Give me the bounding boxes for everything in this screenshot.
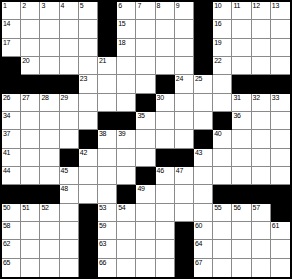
white-cell-r6c1[interactable]: 26 — [2, 94, 21, 112]
clue-number-51: 51 — [22, 204, 29, 212]
white-cell-r9c5[interactable]: 42 — [79, 149, 98, 167]
white-cell-r4c13[interactable] — [232, 57, 251, 75]
white-cell-r11c5[interactable] — [79, 185, 98, 203]
clue-number-52: 52 — [41, 204, 48, 212]
clue-number-40: 40 — [214, 130, 221, 138]
black-cell-r5c3 — [40, 75, 59, 93]
black-cell-r11c15 — [271, 185, 290, 203]
clue-number-35: 35 — [137, 112, 144, 120]
clue-number-28: 28 — [41, 94, 48, 102]
black-cell-r1c11 — [194, 2, 213, 20]
white-cell-r6c11[interactable] — [194, 94, 213, 112]
clue-number-23: 23 — [80, 75, 87, 83]
white-cell-r15c3[interactable] — [40, 259, 59, 277]
white-cell-r6c15[interactable]: 33 — [271, 94, 290, 112]
clue-number-24: 24 — [176, 75, 183, 83]
white-cell-r2c2[interactable] — [21, 20, 40, 38]
black-cell-r4c11 — [194, 57, 213, 75]
white-cell-r2c12[interactable]: 16 — [213, 20, 232, 38]
white-cell-r15c9[interactable] — [156, 259, 175, 277]
clue-number-13: 13 — [272, 2, 279, 10]
white-cell-r2c3[interactable] — [40, 20, 59, 38]
clue-number-25: 25 — [195, 75, 202, 83]
white-cell-r6c7[interactable] — [117, 94, 136, 112]
white-cell-r15c11[interactable]: 67 — [194, 259, 213, 277]
clue-number-4: 4 — [61, 2, 65, 10]
white-cell-r5c7[interactable] — [117, 75, 136, 93]
white-cell-r14c9[interactable] — [156, 240, 175, 258]
white-cell-r4c4[interactable] — [60, 57, 79, 75]
white-cell-r14c2[interactable] — [21, 240, 40, 258]
white-cell-r1c5[interactable]: 5 — [79, 2, 98, 20]
white-cell-r2c9[interactable] — [156, 20, 175, 38]
white-cell-r14c12[interactable] — [213, 240, 232, 258]
clue-number-5: 5 — [80, 2, 84, 10]
white-cell-r4c5[interactable] — [79, 57, 98, 75]
black-cell-r11c12 — [213, 185, 232, 203]
black-cell-r5c15 — [271, 75, 290, 93]
white-cell-r7c14[interactable] — [252, 112, 271, 130]
clue-number-2: 2 — [22, 2, 26, 10]
clue-number-9: 9 — [176, 2, 180, 10]
clue-number-64: 64 — [195, 240, 202, 248]
white-cell-r3c8[interactable] — [136, 39, 155, 57]
clue-number-50: 50 — [3, 204, 10, 212]
black-cell-r3c6 — [98, 39, 117, 57]
white-cell-r1c1[interactable]: 1 — [2, 2, 21, 20]
white-cell-r9c2[interactable] — [21, 149, 40, 167]
white-cell-r3c12[interactable]: 19 — [213, 39, 232, 57]
white-cell-r4c14[interactable] — [252, 57, 271, 75]
white-cell-r6c4[interactable]: 29 — [60, 94, 79, 112]
black-cell-r2c11 — [194, 20, 213, 38]
white-cell-r8c14[interactable] — [252, 130, 271, 148]
white-cell-r2c8[interactable] — [136, 20, 155, 38]
white-cell-r2c5[interactable] — [79, 20, 98, 38]
black-cell-r14c5 — [79, 240, 98, 258]
white-cell-r10c9[interactable]: 46 — [156, 167, 175, 185]
clue-number-53: 53 — [99, 204, 106, 212]
white-cell-r12c1[interactable]: 50 — [2, 204, 21, 222]
white-cell-r3c4[interactable] — [60, 39, 79, 57]
white-cell-r12c4[interactable] — [60, 204, 79, 222]
white-cell-r15c15[interactable] — [271, 259, 290, 277]
white-cell-r15c1[interactable]: 65 — [2, 259, 21, 277]
clue-number-31: 31 — [233, 94, 240, 102]
black-cell-r7c12 — [213, 112, 232, 130]
black-cell-r7c6 — [98, 112, 117, 130]
white-cell-r7c4[interactable] — [60, 112, 79, 130]
white-cell-r5c5[interactable]: 23 — [79, 75, 98, 93]
white-cell-r8c1[interactable]: 37 — [2, 130, 21, 148]
black-cell-r6c8 — [136, 94, 155, 112]
black-cell-r5c9 — [156, 75, 175, 93]
white-cell-r12c12[interactable]: 55 — [213, 204, 232, 222]
white-cell-r8c3[interactable] — [40, 130, 59, 148]
white-cell-r1c2[interactable]: 2 — [21, 2, 40, 20]
white-cell-r8c13[interactable] — [232, 130, 251, 148]
white-cell-r1c13[interactable]: 11 — [232, 2, 251, 20]
white-cell-r1c9[interactable]: 8 — [156, 2, 175, 20]
white-cell-r10c7[interactable] — [117, 167, 136, 185]
white-cell-r7c2[interactable] — [21, 112, 40, 130]
white-cell-r13c8[interactable] — [136, 222, 155, 240]
white-cell-r8c15[interactable] — [271, 130, 290, 148]
white-cell-r3c15[interactable] — [271, 39, 290, 57]
clue-number-48: 48 — [61, 185, 68, 193]
white-cell-r3c7[interactable]: 18 — [117, 39, 136, 57]
white-cell-r10c4[interactable]: 45 — [60, 167, 79, 185]
clue-number-41: 41 — [3, 149, 10, 157]
white-cell-r1c14[interactable]: 12 — [252, 2, 271, 20]
clue-number-7: 7 — [137, 2, 141, 10]
black-cell-r15c5 — [79, 259, 98, 277]
white-cell-r11c6[interactable] — [98, 185, 117, 203]
clue-number-58: 58 — [3, 222, 10, 230]
white-cell-r7c9[interactable] — [156, 112, 175, 130]
black-cell-r15c10 — [175, 259, 194, 277]
white-cell-r14c7[interactable] — [117, 240, 136, 258]
white-cell-r13c1[interactable]: 58 — [2, 222, 21, 240]
white-cell-r5c6[interactable] — [98, 75, 117, 93]
clue-number-6: 6 — [118, 2, 122, 10]
clue-number-11: 11 — [233, 2, 240, 10]
white-cell-r10c11[interactable] — [194, 167, 213, 185]
white-cell-r14c6[interactable]: 63 — [98, 240, 117, 258]
white-cell-r3c9[interactable] — [156, 39, 175, 57]
white-cell-r15c4[interactable] — [60, 259, 79, 277]
white-cell-r7c11[interactable] — [194, 112, 213, 130]
white-cell-r8c4[interactable] — [60, 130, 79, 148]
white-cell-r4c2[interactable]: 20 — [21, 57, 40, 75]
white-cell-r1c10[interactable]: 9 — [175, 2, 194, 20]
white-cell-r3c5[interactable] — [79, 39, 98, 57]
white-cell-r1c12[interactable]: 10 — [213, 2, 232, 20]
clue-number-45: 45 — [61, 167, 68, 175]
white-cell-r13c9[interactable] — [156, 222, 175, 240]
black-cell-r4c1 — [2, 57, 21, 75]
clue-number-18: 18 — [118, 39, 125, 47]
black-cell-r8c5 — [79, 130, 98, 148]
white-cell-r10c6[interactable] — [98, 167, 117, 185]
white-cell-r8c9[interactable] — [156, 130, 175, 148]
white-cell-r6c6[interactable] — [98, 94, 117, 112]
white-cell-r5c11[interactable]: 25 — [194, 75, 213, 93]
white-cell-r10c10[interactable]: 47 — [175, 167, 194, 185]
white-cell-r2c7[interactable]: 15 — [117, 20, 136, 38]
white-cell-r6c9[interactable]: 30 — [156, 94, 175, 112]
clue-number-62: 62 — [3, 240, 10, 248]
black-cell-r10c8 — [136, 167, 155, 185]
clue-number-43: 43 — [195, 149, 202, 157]
white-cell-r6c5[interactable] — [79, 94, 98, 112]
white-cell-r6c13[interactable]: 31 — [232, 94, 251, 112]
white-cell-r4c3[interactable] — [40, 57, 59, 75]
clue-number-46: 46 — [157, 167, 164, 175]
crossword-grid: 1234567891011121314151617181920212223242… — [0, 0, 292, 279]
white-cell-r8c12[interactable]: 40 — [213, 130, 232, 148]
white-cell-r5c10[interactable]: 24 — [175, 75, 194, 93]
white-cell-r4c12[interactable]: 22 — [213, 57, 232, 75]
clue-number-57: 57 — [253, 204, 260, 212]
clue-number-32: 32 — [253, 94, 260, 102]
clue-number-44: 44 — [3, 167, 10, 175]
clue-number-1: 1 — [3, 2, 7, 10]
clue-number-54: 54 — [118, 204, 125, 212]
white-cell-r13c15[interactable]: 61 — [271, 222, 290, 240]
white-cell-r4c6[interactable]: 21 — [98, 57, 117, 75]
white-cell-r7c1[interactable]: 34 — [2, 112, 21, 130]
clue-number-8: 8 — [157, 2, 161, 10]
white-cell-r15c6[interactable]: 66 — [98, 259, 117, 277]
white-cell-r1c4[interactable]: 4 — [60, 2, 79, 20]
white-cell-r7c10[interactable] — [175, 112, 194, 130]
white-cell-r7c15[interactable] — [271, 112, 290, 130]
white-cell-r9c7[interactable] — [117, 149, 136, 167]
white-cell-r4c15[interactable] — [271, 57, 290, 75]
white-cell-r13c7[interactable] — [117, 222, 136, 240]
white-cell-r9c12[interactable] — [213, 149, 232, 167]
clue-number-39: 39 — [118, 130, 125, 138]
white-cell-r12c3[interactable]: 52 — [40, 204, 59, 222]
clue-number-26: 26 — [3, 94, 10, 102]
black-cell-r11c14 — [252, 185, 271, 203]
clue-number-49: 49 — [137, 185, 144, 193]
black-cell-r5c13 — [232, 75, 251, 93]
clue-number-36: 36 — [233, 112, 240, 120]
clue-number-42: 42 — [80, 149, 87, 157]
white-cell-r9c11[interactable]: 43 — [194, 149, 213, 167]
clue-number-34: 34 — [3, 112, 10, 120]
white-cell-r14c3[interactable] — [40, 240, 59, 258]
clue-number-15: 15 — [118, 20, 125, 28]
clue-number-3: 3 — [41, 2, 45, 10]
white-cell-r4c7[interactable] — [117, 57, 136, 75]
clue-number-21: 21 — [99, 57, 106, 65]
clue-number-65: 65 — [3, 259, 10, 267]
white-cell-r14c13[interactable] — [232, 240, 251, 258]
white-cell-r12c10[interactable] — [175, 204, 194, 222]
white-cell-r9c8[interactable] — [136, 149, 155, 167]
black-cell-r9c9 — [156, 149, 175, 167]
clue-number-33: 33 — [272, 94, 279, 102]
clue-number-67: 67 — [195, 259, 202, 267]
black-cell-r5c2 — [21, 75, 40, 93]
white-cell-r15c2[interactable] — [21, 259, 40, 277]
white-cell-r10c15[interactable] — [271, 167, 290, 185]
clue-number-22: 22 — [214, 57, 221, 65]
clue-number-17: 17 — [3, 39, 10, 47]
black-cell-r12c15 — [271, 204, 290, 222]
black-cell-r12c5 — [79, 204, 98, 222]
white-cell-r10c3[interactable] — [40, 167, 59, 185]
clue-number-30: 30 — [157, 94, 164, 102]
white-cell-r7c13[interactable]: 36 — [232, 112, 251, 130]
white-cell-r2c14[interactable] — [252, 20, 271, 38]
clue-number-29: 29 — [61, 94, 68, 102]
clue-number-55: 55 — [214, 204, 221, 212]
white-cell-r13c3[interactable] — [40, 222, 59, 240]
clue-number-61: 61 — [272, 222, 279, 230]
white-cell-r1c7[interactable]: 6 — [117, 2, 136, 20]
white-cell-r8c8[interactable] — [136, 130, 155, 148]
black-cell-r8c11 — [194, 130, 213, 148]
white-cell-r2c1[interactable]: 14 — [2, 20, 21, 38]
white-cell-r6c12[interactable] — [213, 94, 232, 112]
white-cell-r15c8[interactable] — [136, 259, 155, 277]
white-cell-r1c8[interactable]: 7 — [136, 2, 155, 20]
white-cell-r3c14[interactable] — [252, 39, 271, 57]
clue-number-66: 66 — [99, 259, 106, 267]
white-cell-r9c13[interactable] — [232, 149, 251, 167]
white-cell-r11c10[interactable] — [175, 185, 194, 203]
black-cell-r11c3 — [40, 185, 59, 203]
white-cell-r6c10[interactable] — [175, 94, 194, 112]
white-cell-r13c4[interactable] — [60, 222, 79, 240]
white-cell-r11c4[interactable]: 48 — [60, 185, 79, 203]
black-cell-r3c11 — [194, 39, 213, 57]
white-cell-r15c12[interactable] — [213, 259, 232, 277]
white-cell-r4c8[interactable] — [136, 57, 155, 75]
clue-number-38: 38 — [99, 130, 106, 138]
white-cell-r8c6[interactable]: 38 — [98, 130, 117, 148]
white-cell-r13c13[interactable] — [232, 222, 251, 240]
black-cell-r13c5 — [79, 222, 98, 240]
clue-number-63: 63 — [99, 240, 106, 248]
black-cell-r11c13 — [232, 185, 251, 203]
white-cell-r11c8[interactable]: 49 — [136, 185, 155, 203]
white-cell-r10c12[interactable] — [213, 167, 232, 185]
clue-number-60: 60 — [195, 222, 202, 230]
black-cell-r13c10 — [175, 222, 194, 240]
white-cell-r3c2[interactable] — [21, 39, 40, 57]
white-cell-r12c2[interactable]: 51 — [21, 204, 40, 222]
white-cell-r14c8[interactable] — [136, 240, 155, 258]
white-cell-r14c4[interactable] — [60, 240, 79, 258]
white-cell-r13c11[interactable]: 60 — [194, 222, 213, 240]
white-cell-r13c14[interactable] — [252, 222, 271, 240]
white-cell-r12c9[interactable] — [156, 204, 175, 222]
black-cell-r9c10 — [175, 149, 194, 167]
white-cell-r4c9[interactable] — [156, 57, 175, 75]
clue-number-10: 10 — [214, 2, 221, 10]
white-cell-r10c14[interactable] — [252, 167, 271, 185]
white-cell-r8c2[interactable] — [21, 130, 40, 148]
white-cell-r3c3[interactable] — [40, 39, 59, 57]
black-cell-r7c7 — [117, 112, 136, 130]
white-cell-r13c6[interactable]: 59 — [98, 222, 117, 240]
white-cell-r6c3[interactable]: 28 — [40, 94, 59, 112]
white-cell-r6c2[interactable]: 27 — [21, 94, 40, 112]
white-cell-r14c14[interactable] — [252, 240, 271, 258]
white-cell-r15c7[interactable] — [117, 259, 136, 277]
white-cell-r4c10[interactable] — [175, 57, 194, 75]
clue-number-20: 20 — [22, 57, 29, 65]
black-cell-r9c4 — [60, 149, 79, 167]
white-cell-r14c15[interactable] — [271, 240, 290, 258]
white-cell-r1c3[interactable]: 3 — [40, 2, 59, 20]
white-cell-r3c1[interactable]: 17 — [2, 39, 21, 57]
white-cell-r2c15[interactable] — [271, 20, 290, 38]
white-cell-r12c11[interactable] — [194, 204, 213, 222]
white-cell-r8c7[interactable]: 39 — [117, 130, 136, 148]
white-cell-r12c7[interactable]: 54 — [117, 204, 136, 222]
white-cell-r9c15[interactable] — [271, 149, 290, 167]
black-cell-r1c6 — [98, 2, 117, 20]
white-cell-r9c6[interactable] — [98, 149, 117, 167]
white-cell-r14c1[interactable]: 62 — [2, 240, 21, 258]
white-cell-r12c13[interactable]: 56 — [232, 204, 251, 222]
white-cell-r5c8[interactable] — [136, 75, 155, 93]
white-cell-r9c1[interactable]: 41 — [2, 149, 21, 167]
white-cell-r11c9[interactable] — [156, 185, 175, 203]
black-cell-r11c1 — [2, 185, 21, 203]
clue-number-37: 37 — [3, 130, 10, 138]
white-cell-r1c15[interactable]: 13 — [271, 2, 290, 20]
black-cell-r5c14 — [252, 75, 271, 93]
white-cell-r10c1[interactable]: 44 — [2, 167, 21, 185]
white-cell-r13c2[interactable] — [21, 222, 40, 240]
white-cell-r2c10[interactable] — [175, 20, 194, 38]
clue-number-59: 59 — [99, 222, 106, 230]
white-cell-r7c8[interactable]: 35 — [136, 112, 155, 130]
clue-number-47: 47 — [176, 167, 183, 175]
black-cell-r5c4 — [60, 75, 79, 93]
clue-number-14: 14 — [3, 20, 10, 28]
white-cell-r13c12[interactable] — [213, 222, 232, 240]
white-cell-r5c12[interactable] — [213, 75, 232, 93]
black-cell-r11c2 — [21, 185, 40, 203]
black-cell-r11c7 — [117, 185, 136, 203]
white-cell-r10c5[interactable] — [79, 167, 98, 185]
white-cell-r10c2[interactable] — [21, 167, 40, 185]
white-cell-r9c14[interactable] — [252, 149, 271, 167]
white-cell-r6c14[interactable]: 32 — [252, 94, 271, 112]
clue-number-16: 16 — [214, 20, 221, 28]
white-cell-r15c13[interactable] — [232, 259, 251, 277]
black-cell-r2c6 — [98, 20, 117, 38]
white-cell-r12c14[interactable]: 57 — [252, 204, 271, 222]
white-cell-r7c3[interactable] — [40, 112, 59, 130]
white-cell-r2c4[interactable] — [60, 20, 79, 38]
white-cell-r15c14[interactable] — [252, 259, 271, 277]
white-cell-r3c10[interactable] — [175, 39, 194, 57]
white-cell-r7c5[interactable] — [79, 112, 98, 130]
white-cell-r3c13[interactable] — [232, 39, 251, 57]
clue-number-12: 12 — [253, 2, 260, 10]
clue-number-19: 19 — [214, 39, 221, 47]
clue-number-27: 27 — [22, 94, 29, 102]
white-cell-r12c6[interactable]: 53 — [98, 204, 117, 222]
white-cell-r11c11[interactable] — [194, 185, 213, 203]
clue-number-56: 56 — [233, 204, 240, 212]
white-cell-r2c13[interactable] — [232, 20, 251, 38]
white-cell-r8c10[interactable] — [175, 130, 194, 148]
black-cell-r5c1 — [2, 75, 21, 93]
white-cell-r9c3[interactable] — [40, 149, 59, 167]
black-cell-r14c10 — [175, 240, 194, 258]
white-cell-r10c13[interactable] — [232, 167, 251, 185]
white-cell-r12c8[interactable] — [136, 204, 155, 222]
white-cell-r14c11[interactable]: 64 — [194, 240, 213, 258]
